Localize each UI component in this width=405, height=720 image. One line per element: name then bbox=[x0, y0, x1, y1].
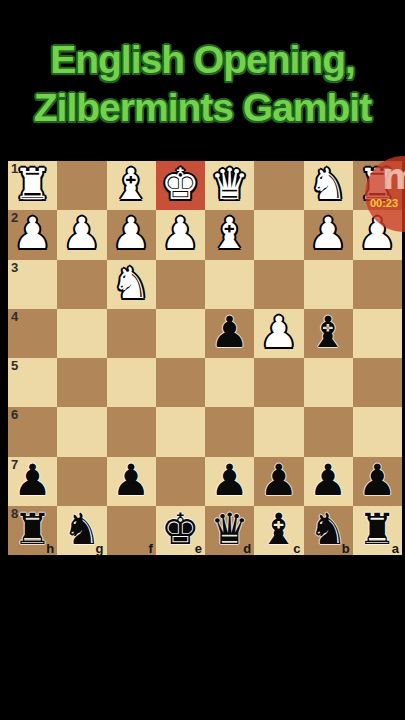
rank-label-5: 5 bbox=[11, 358, 18, 373]
white-pawn-piece: ♟ bbox=[13, 212, 52, 255]
file-label-h: h bbox=[46, 541, 54, 556]
page-title: English Opening, Zilbermints Gambit bbox=[0, 36, 405, 131]
white-queen-piece: ♛ bbox=[210, 163, 249, 206]
square-a5[interactable] bbox=[353, 358, 402, 407]
title-line-1: English Opening, bbox=[0, 36, 405, 84]
square-e7[interactable] bbox=[156, 457, 205, 506]
square-e4[interactable] bbox=[156, 309, 205, 358]
file-label-g: g bbox=[96, 541, 104, 556]
square-f7[interactable]: ♟ bbox=[107, 457, 156, 506]
square-b1[interactable]: ♞ bbox=[304, 161, 353, 210]
file-label-c: c bbox=[293, 541, 300, 556]
white-bishop-piece: ♝ bbox=[112, 163, 151, 206]
square-c3[interactable] bbox=[254, 260, 303, 309]
black-pawn-piece: ♟ bbox=[309, 459, 348, 502]
square-d1[interactable]: ♛ bbox=[205, 161, 254, 210]
square-f6[interactable] bbox=[107, 407, 156, 456]
rank-label-6: 6 bbox=[11, 407, 18, 422]
title-line-2: Zilbermints Gambit bbox=[0, 84, 405, 132]
black-pawn-piece: ♟ bbox=[260, 459, 299, 502]
square-c7[interactable]: ♟ bbox=[254, 457, 303, 506]
recording-timer: 00:23 bbox=[366, 197, 402, 209]
chess-board: 1♜♝♚♛♞♜2♟♟♟♟♝♟♟3♞4♟♟♝567♟♟♟♟♟♟8♜h♞gf♚e♛d… bbox=[8, 161, 402, 555]
square-e1[interactable]: ♚ bbox=[156, 161, 205, 210]
square-h4[interactable]: 4 bbox=[8, 309, 57, 358]
square-b3[interactable] bbox=[304, 260, 353, 309]
square-e8[interactable]: ♚e bbox=[156, 506, 205, 555]
square-g5[interactable] bbox=[57, 358, 106, 407]
file-label-b: b bbox=[342, 541, 350, 556]
rank-label-3: 3 bbox=[11, 260, 18, 275]
file-label-e: e bbox=[195, 541, 202, 556]
square-d3[interactable] bbox=[205, 260, 254, 309]
square-d2[interactable]: ♝ bbox=[205, 210, 254, 259]
square-c8[interactable]: ♝c bbox=[254, 506, 303, 555]
file-label-f: f bbox=[148, 541, 152, 556]
square-b7[interactable]: ♟ bbox=[304, 457, 353, 506]
white-pawn-piece: ♟ bbox=[63, 212, 102, 255]
black-pawn-piece: ♟ bbox=[358, 459, 397, 502]
white-bishop-piece: ♝ bbox=[210, 212, 249, 255]
square-g7[interactable] bbox=[57, 457, 106, 506]
square-h5[interactable]: 5 bbox=[8, 358, 57, 407]
square-d4[interactable]: ♟ bbox=[205, 309, 254, 358]
recorder-logo-icon: m bbox=[382, 156, 405, 197]
file-label-d: d bbox=[243, 541, 251, 556]
square-g6[interactable] bbox=[57, 407, 106, 456]
square-f1[interactable]: ♝ bbox=[107, 161, 156, 210]
square-e6[interactable] bbox=[156, 407, 205, 456]
black-pawn-piece: ♟ bbox=[112, 459, 151, 502]
black-bishop-piece: ♝ bbox=[309, 311, 348, 354]
black-pawn-piece: ♟ bbox=[13, 459, 52, 502]
square-c5[interactable] bbox=[254, 358, 303, 407]
white-pawn-piece: ♟ bbox=[309, 212, 348, 255]
square-h7[interactable]: 7♟ bbox=[8, 457, 57, 506]
square-b6[interactable] bbox=[304, 407, 353, 456]
rank-label-1: 1 bbox=[11, 161, 18, 176]
square-g2[interactable]: ♟ bbox=[57, 210, 106, 259]
square-a3[interactable] bbox=[353, 260, 402, 309]
square-c2[interactable] bbox=[254, 210, 303, 259]
square-a6[interactable] bbox=[353, 407, 402, 456]
square-h3[interactable]: 3 bbox=[8, 260, 57, 309]
square-g8[interactable]: ♞g bbox=[57, 506, 106, 555]
square-h2[interactable]: 2♟ bbox=[8, 210, 57, 259]
video-frame: English Opening, Zilbermints Gambit 1♜♝♚… bbox=[0, 0, 405, 720]
rank-label-7: 7 bbox=[11, 457, 18, 472]
square-c1[interactable] bbox=[254, 161, 303, 210]
rank-label-2: 2 bbox=[11, 210, 18, 225]
square-h8[interactable]: 8♜h bbox=[8, 506, 57, 555]
square-d6[interactable] bbox=[205, 407, 254, 456]
square-d5[interactable] bbox=[205, 358, 254, 407]
square-g1[interactable] bbox=[57, 161, 106, 210]
square-a4[interactable] bbox=[353, 309, 402, 358]
square-e2[interactable]: ♟ bbox=[156, 210, 205, 259]
white-knight-piece: ♞ bbox=[112, 262, 151, 305]
square-f5[interactable] bbox=[107, 358, 156, 407]
square-f2[interactable]: ♟ bbox=[107, 210, 156, 259]
square-e5[interactable] bbox=[156, 358, 205, 407]
square-d7[interactable]: ♟ bbox=[205, 457, 254, 506]
black-pawn-piece: ♟ bbox=[210, 311, 249, 354]
square-a7[interactable]: ♟ bbox=[353, 457, 402, 506]
white-pawn-piece: ♟ bbox=[161, 212, 200, 255]
white-king-piece: ♚ bbox=[161, 163, 200, 206]
file-label-a: a bbox=[392, 541, 399, 556]
white-pawn-piece: ♟ bbox=[260, 311, 299, 354]
square-g3[interactable] bbox=[57, 260, 106, 309]
black-pawn-piece: ♟ bbox=[210, 459, 249, 502]
square-h1[interactable]: 1♜ bbox=[8, 161, 57, 210]
rank-label-4: 4 bbox=[11, 309, 18, 324]
square-h6[interactable]: 6 bbox=[8, 407, 57, 456]
white-knight-piece: ♞ bbox=[309, 163, 348, 206]
square-b4[interactable]: ♝ bbox=[304, 309, 353, 358]
square-a8[interactable]: ♜a bbox=[353, 506, 402, 555]
rank-label-8: 8 bbox=[11, 506, 18, 521]
white-rook-piece: ♜ bbox=[13, 163, 52, 206]
square-c6[interactable] bbox=[254, 407, 303, 456]
square-f3[interactable]: ♞ bbox=[107, 260, 156, 309]
square-c4[interactable]: ♟ bbox=[254, 309, 303, 358]
square-f8[interactable]: f bbox=[107, 506, 156, 555]
white-pawn-piece: ♟ bbox=[112, 212, 151, 255]
square-b5[interactable] bbox=[304, 358, 353, 407]
square-f4[interactable] bbox=[107, 309, 156, 358]
square-b8[interactable]: ♞b bbox=[304, 506, 353, 555]
square-e3[interactable] bbox=[156, 260, 205, 309]
square-d8[interactable]: ♛d bbox=[205, 506, 254, 555]
square-g4[interactable] bbox=[57, 309, 106, 358]
square-b2[interactable]: ♟ bbox=[304, 210, 353, 259]
